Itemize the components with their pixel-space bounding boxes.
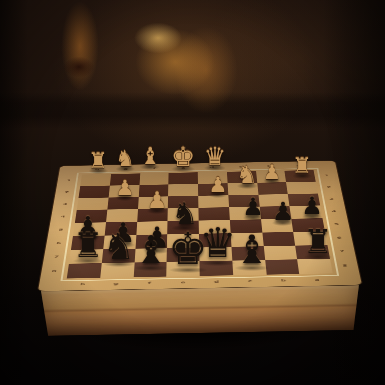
piece-shadow xyxy=(162,266,213,274)
white-knight-g1[interactable]: ♞ xyxy=(115,148,135,170)
piece-shadow xyxy=(268,219,297,227)
piece-shadow xyxy=(85,167,111,175)
white-pawn-f4[interactable]: ♟ xyxy=(147,189,168,212)
piece-shadow xyxy=(298,213,326,221)
black-pawn-a4[interactable]: ♟ xyxy=(301,194,323,218)
black-rook-a7[interactable]: ♜ xyxy=(303,225,333,258)
black-rook-h8[interactable]: ♜ xyxy=(73,228,103,262)
white-bishop-f1[interactable]: ♝ xyxy=(140,145,161,168)
piece-shadow xyxy=(239,214,267,222)
black-pawn-c4[interactable]: ♟ xyxy=(242,195,264,219)
pieces-layer: ♝♛♞♚♜♜♟♞♟♟♟♟♟♟♞♟♟♟♜♜♛♞♝♝♚ xyxy=(0,0,385,385)
white-pawn-g3[interactable]: ♟ xyxy=(116,178,135,199)
white-queen-d1[interactable]: ♛ xyxy=(204,144,226,169)
white-pawn-d2[interactable]: ♟ xyxy=(209,175,228,196)
white-king-e1[interactable]: ♚ xyxy=(171,143,195,170)
white-rook-h1[interactable]: ♜ xyxy=(88,150,108,172)
piece-shadow xyxy=(200,164,229,172)
black-bishop-f8[interactable]: ♝ xyxy=(134,231,168,269)
piece-shadow xyxy=(260,177,283,185)
piece-shadow xyxy=(137,163,164,171)
piece-shadow xyxy=(299,253,337,261)
black-king-e8[interactable]: ♚ xyxy=(168,227,207,271)
piece-shadow xyxy=(112,165,138,173)
piece-shadow xyxy=(289,172,315,180)
white-rook-a1[interactable]: ♜ xyxy=(292,155,312,177)
white-knight-c2[interactable]: ♞ xyxy=(236,163,258,187)
piece-shadow xyxy=(144,207,171,215)
piece-shadow xyxy=(113,194,137,202)
piece-shadow xyxy=(206,191,230,199)
piece-shadow xyxy=(233,182,261,190)
photo-scene: hh11gg22ff33ee44dd55cc66bb77aa88 ♝♛♞♚♜♜♟… xyxy=(0,0,385,385)
piece-shadow xyxy=(167,165,198,173)
piece-shadow xyxy=(229,264,274,272)
black-bishop-c8[interactable]: ♝ xyxy=(235,230,270,269)
white-pawn-b2[interactable]: ♟ xyxy=(263,162,281,182)
black-pawn-b5[interactable]: ♟ xyxy=(272,199,294,224)
black-knight-g8[interactable]: ♞ xyxy=(103,229,135,265)
